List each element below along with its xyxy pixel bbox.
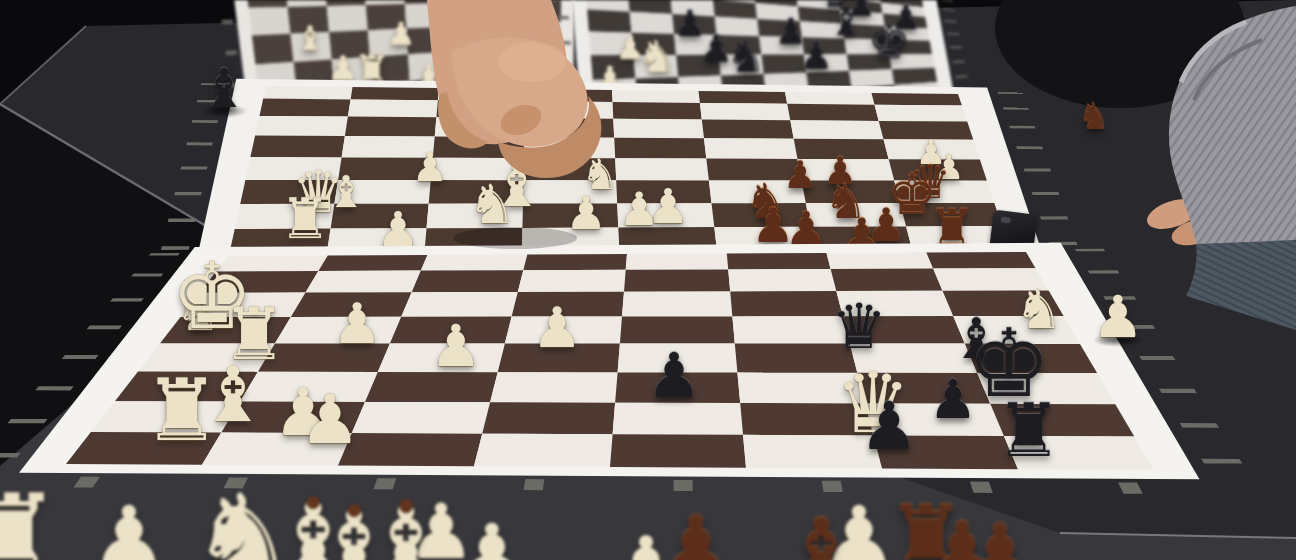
white-pawn-piece: ♟: [1092, 288, 1144, 346]
black-bishop-piece: ♝: [200, 62, 248, 116]
chess-tournament-photo: ♟♝♟♟♜♟♛♟♟♝♟♟♟♚♟♟♞♞♟♞♟♟♟♟♟♞♛♝♝♛♚♞♞♟♞♟♟♜♟♟…: [0, 0, 1296, 560]
captured-pieces: ♝♟: [0, 0, 1296, 560]
